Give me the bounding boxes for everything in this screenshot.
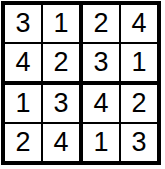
cell-r2c4[interactable]: 1 [121, 44, 157, 85]
cell-r1c3[interactable]: 2 [83, 5, 121, 44]
board-row-2: 4 2 3 1 [5, 44, 157, 85]
board-row-3: 1 3 4 2 [5, 85, 157, 124]
page-background: 3 1 2 4 4 2 3 1 1 3 4 2 2 4 1 3 [0, 0, 165, 169]
board-row-1: 3 1 2 4 [5, 5, 157, 44]
cell-r4c4[interactable]: 3 [121, 124, 157, 161]
cell-r1c2[interactable]: 1 [43, 5, 83, 44]
cell-r3c2[interactable]: 3 [43, 85, 83, 124]
cell-r2c3[interactable]: 3 [83, 44, 121, 85]
cell-r3c4[interactable]: 2 [121, 85, 157, 124]
cell-r3c3[interactable]: 4 [83, 85, 121, 124]
cell-r4c2[interactable]: 4 [43, 124, 83, 161]
cell-r1c4[interactable]: 4 [121, 5, 157, 44]
sudoku-board: 3 1 2 4 4 2 3 1 1 3 4 2 2 4 1 3 [1, 1, 161, 165]
cell-r3c1[interactable]: 1 [5, 85, 43, 124]
board-row-4: 2 4 1 3 [5, 124, 157, 161]
cell-r4c1[interactable]: 2 [5, 124, 43, 161]
cell-r2c1[interactable]: 4 [5, 44, 43, 85]
cell-r1c1[interactable]: 3 [5, 5, 43, 44]
cell-r4c3[interactable]: 1 [83, 124, 121, 161]
cell-r2c2[interactable]: 2 [43, 44, 83, 85]
